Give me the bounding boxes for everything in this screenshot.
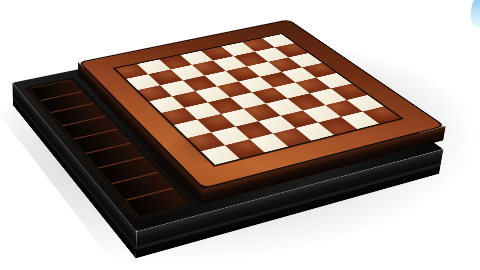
square-b1 <box>225 139 264 158</box>
square-b5 <box>172 91 207 108</box>
square-a5 <box>149 96 184 113</box>
square-c6 <box>182 75 216 91</box>
product-photo <box>0 0 480 270</box>
square-c5 <box>195 86 230 102</box>
square-b3 <box>198 114 235 132</box>
square-a2 <box>187 132 225 151</box>
square-e2 <box>280 110 318 128</box>
square-a3 <box>174 120 211 138</box>
square-d7 <box>192 61 226 76</box>
square-b6 <box>160 80 195 96</box>
square-a6 <box>138 85 173 101</box>
square-h6 <box>288 53 322 67</box>
square-d2 <box>258 116 296 134</box>
square-g2 <box>325 100 363 117</box>
square-e4 <box>252 87 288 103</box>
square-e3 <box>266 99 303 116</box>
square-b7 <box>148 70 182 85</box>
square-e5 <box>239 77 274 93</box>
square-f3 <box>288 94 325 111</box>
square-a1 <box>201 145 240 165</box>
square-e1 <box>295 122 334 140</box>
square-c7 <box>170 65 204 80</box>
square-d5 <box>217 81 252 97</box>
square-a4 <box>161 108 197 125</box>
square-g4 <box>295 78 331 94</box>
square-d1 <box>272 128 311 147</box>
square-c1 <box>249 134 288 153</box>
square-h3 <box>331 84 368 100</box>
square-c3 <box>221 109 258 127</box>
square-c2 <box>235 121 273 139</box>
square-d6 <box>204 71 238 86</box>
square-a7 <box>126 74 160 90</box>
square-g1 <box>340 112 378 130</box>
square-f2 <box>303 105 341 122</box>
square-h4 <box>316 73 352 89</box>
square-f4 <box>274 83 310 99</box>
square-b2 <box>211 126 249 145</box>
square-f6 <box>247 62 281 77</box>
square-h2 <box>346 95 383 112</box>
square-g3 <box>310 89 347 105</box>
square-g5 <box>281 67 316 82</box>
square-e6 <box>226 66 260 81</box>
square-a8 <box>115 64 148 79</box>
square-f1 <box>318 117 357 135</box>
square-b4 <box>185 102 221 119</box>
square-d4 <box>230 92 266 109</box>
photo-artifact <box>469 0 480 28</box>
square-f5 <box>260 72 295 87</box>
square-c4 <box>207 97 243 114</box>
square-h5 <box>302 63 337 78</box>
square-h1 <box>362 106 400 123</box>
square-d3 <box>244 104 281 121</box>
